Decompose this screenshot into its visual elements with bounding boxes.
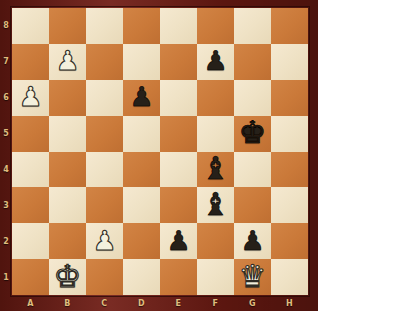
white-queen-g1[interactable]: ♛	[239, 261, 267, 292]
square-c6[interactable]	[86, 80, 123, 116]
square-d3[interactable]	[123, 187, 160, 223]
square-h5[interactable]	[271, 116, 308, 152]
board-frame: 87654321 ABCDEFGH ♟♟♟♟♚♝♝♟♟♟♚♛	[0, 0, 318, 311]
square-f8[interactable]	[197, 8, 234, 44]
square-a2[interactable]	[12, 223, 49, 259]
square-b3[interactable]	[49, 187, 86, 223]
square-h3[interactable]	[271, 187, 308, 223]
square-e3[interactable]	[160, 187, 197, 223]
square-e2[interactable]: ♟	[160, 223, 197, 259]
square-h1[interactable]	[271, 259, 308, 295]
square-a6[interactable]: ♟	[12, 80, 49, 116]
square-d8[interactable]	[123, 8, 160, 44]
square-f4[interactable]: ♝	[197, 152, 234, 188]
rank-label-8: 8	[0, 8, 12, 44]
square-e1[interactable]	[160, 259, 197, 295]
square-d5[interactable]	[123, 116, 160, 152]
file-labels: ABCDEFGH	[12, 295, 308, 311]
square-c5[interactable]	[86, 116, 123, 152]
square-g4[interactable]	[234, 152, 271, 188]
file-label-h: H	[271, 295, 308, 311]
rank-label-3: 3	[0, 187, 12, 223]
square-d6[interactable]: ♟	[123, 80, 160, 116]
black-king-g5[interactable]: ♚	[239, 117, 267, 148]
square-b2[interactable]	[49, 223, 86, 259]
square-g1[interactable]: ♛	[234, 259, 271, 295]
square-h2[interactable]	[271, 223, 308, 259]
square-b8[interactable]	[49, 8, 86, 44]
square-f7[interactable]: ♟	[197, 44, 234, 80]
rank-label-5: 5	[0, 116, 12, 152]
square-h4[interactable]	[271, 152, 308, 188]
square-e4[interactable]	[160, 152, 197, 188]
white-pawn-a6[interactable]: ♟	[18, 83, 42, 110]
square-h6[interactable]	[271, 80, 308, 116]
screenshot-root: 87654321 ABCDEFGH ♟♟♟♟♚♝♝♟♟♟♚♛	[0, 0, 414, 311]
square-e8[interactable]	[160, 8, 197, 44]
square-e7[interactable]	[160, 44, 197, 80]
white-pawn-c2[interactable]: ♟	[92, 227, 116, 254]
square-f5[interactable]	[197, 116, 234, 152]
rank-label-4: 4	[0, 152, 12, 188]
square-h7[interactable]	[271, 44, 308, 80]
square-d4[interactable]	[123, 152, 160, 188]
square-a1[interactable]	[12, 259, 49, 295]
square-g6[interactable]	[234, 80, 271, 116]
square-b4[interactable]	[49, 152, 86, 188]
square-a7[interactable]	[12, 44, 49, 80]
square-f6[interactable]	[197, 80, 234, 116]
black-pawn-f7[interactable]: ♟	[203, 47, 227, 74]
file-label-a: A	[12, 295, 49, 311]
square-d2[interactable]	[123, 223, 160, 259]
file-label-f: F	[197, 295, 234, 311]
rank-label-1: 1	[0, 259, 12, 295]
black-pawn-g2[interactable]: ♟	[240, 227, 264, 254]
square-a3[interactable]	[12, 187, 49, 223]
file-label-d: D	[123, 295, 160, 311]
white-pawn-b7[interactable]: ♟	[55, 47, 79, 74]
square-f2[interactable]	[197, 223, 234, 259]
white-king-b1[interactable]: ♚	[54, 261, 82, 292]
square-f1[interactable]	[197, 259, 234, 295]
square-e5[interactable]	[160, 116, 197, 152]
square-g2[interactable]: ♟	[234, 223, 271, 259]
rank-label-6: 6	[0, 80, 12, 116]
black-pawn-d6[interactable]: ♟	[129, 83, 153, 110]
square-c3[interactable]	[86, 187, 123, 223]
square-a8[interactable]	[12, 8, 49, 44]
square-a5[interactable]	[12, 116, 49, 152]
square-g7[interactable]	[234, 44, 271, 80]
square-c1[interactable]	[86, 259, 123, 295]
square-d1[interactable]	[123, 259, 160, 295]
square-b7[interactable]: ♟	[49, 44, 86, 80]
rank-label-2: 2	[0, 223, 12, 259]
square-c4[interactable]	[86, 152, 123, 188]
file-label-b: B	[49, 295, 86, 311]
square-c8[interactable]	[86, 8, 123, 44]
square-b6[interactable]	[49, 80, 86, 116]
square-c7[interactable]	[86, 44, 123, 80]
square-f3[interactable]: ♝	[197, 187, 234, 223]
square-a4[interactable]	[12, 152, 49, 188]
black-bishop-f3[interactable]: ♝	[202, 189, 230, 220]
square-b5[interactable]	[49, 116, 86, 152]
black-pawn-e2[interactable]: ♟	[166, 227, 190, 254]
square-h8[interactable]	[271, 8, 308, 44]
file-label-e: E	[160, 295, 197, 311]
square-g3[interactable]	[234, 187, 271, 223]
square-g5[interactable]: ♚	[234, 116, 271, 152]
chess-board: ♟♟♟♟♚♝♝♟♟♟♚♛	[12, 8, 308, 295]
file-label-g: G	[234, 295, 271, 311]
square-g8[interactable]	[234, 8, 271, 44]
file-label-c: C	[86, 295, 123, 311]
rank-labels: 87654321	[0, 8, 12, 295]
rank-label-7: 7	[0, 44, 12, 80]
square-c2[interactable]: ♟	[86, 223, 123, 259]
square-e6[interactable]	[160, 80, 197, 116]
square-b1[interactable]: ♚	[49, 259, 86, 295]
black-bishop-f4[interactable]: ♝	[202, 153, 230, 184]
square-d7[interactable]	[123, 44, 160, 80]
